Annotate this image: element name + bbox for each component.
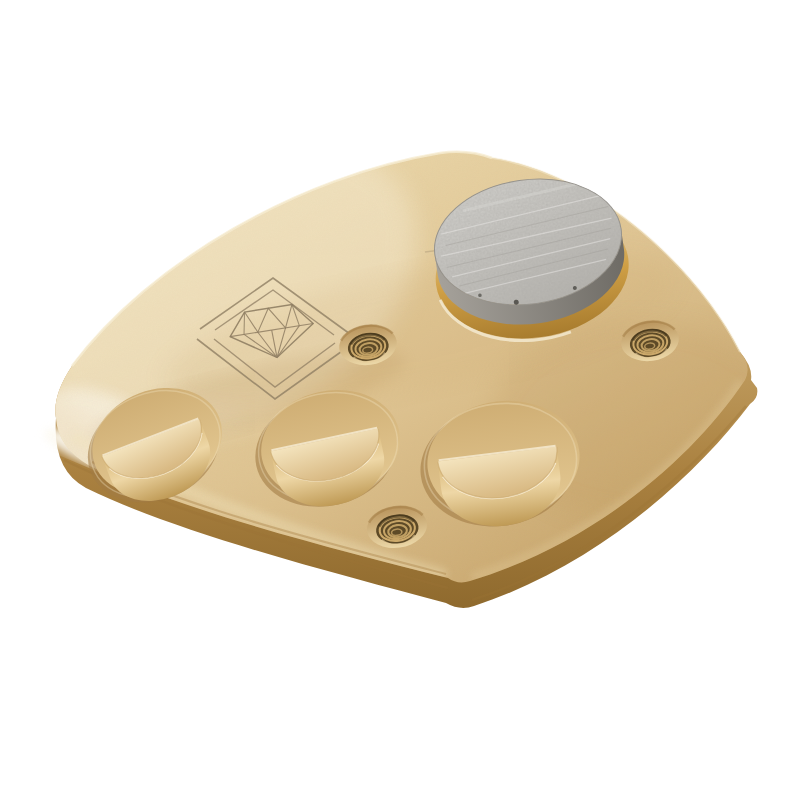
product-photo: Product photo: gold trapezoid diamond gr… bbox=[0, 0, 800, 800]
grinding-shoe-illustration: Product photo: gold trapezoid diamond gr… bbox=[0, 0, 800, 800]
